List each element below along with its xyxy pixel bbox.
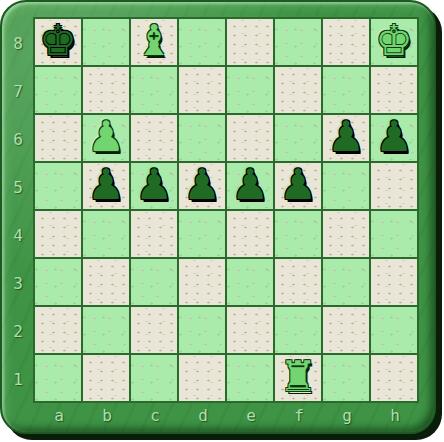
square-d4[interactable] [179,211,225,257]
square-d6[interactable] [179,115,225,161]
square-e1[interactable] [227,355,273,401]
square-c8[interactable]: ♝ [131,19,177,65]
square-b8[interactable] [83,19,129,65]
square-e4[interactable] [227,211,273,257]
file-label-a: a [35,402,83,428]
square-c7[interactable] [131,67,177,113]
piece-black-pawn-f5[interactable]: ♟ [279,164,317,206]
square-g2[interactable] [323,307,369,353]
square-h4[interactable] [371,211,417,257]
square-d7[interactable] [179,67,225,113]
piece-white-pawn-b6[interactable]: ♟ [87,116,125,158]
square-f7[interactable] [275,67,321,113]
file-label-g: g [323,402,371,428]
square-g1[interactable] [323,355,369,401]
square-b6[interactable]: ♟ [83,115,129,161]
square-e8[interactable] [227,19,273,65]
square-f3[interactable] [275,259,321,305]
square-b2[interactable] [83,307,129,353]
file-label-d: d [179,402,227,428]
chess-board: ♚♝♚♟♟♟♟♟♟♟♟♜ [33,17,419,403]
square-c1[interactable] [131,355,177,401]
file-labels: abcdefgh [35,402,419,428]
square-b7[interactable] [83,67,129,113]
square-d1[interactable] [179,355,225,401]
square-a8[interactable]: ♚ [35,19,81,65]
piece-black-pawn-d5[interactable]: ♟ [183,164,221,206]
rank-label-5: 5 [5,163,31,211]
piece-white-bishop-c8[interactable]: ♝ [135,20,173,62]
rank-label-2: 2 [5,307,31,355]
square-c4[interactable] [131,211,177,257]
square-h1[interactable] [371,355,417,401]
square-h7[interactable] [371,67,417,113]
square-e2[interactable] [227,307,273,353]
square-g4[interactable] [323,211,369,257]
square-a2[interactable] [35,307,81,353]
square-h6[interactable]: ♟ [371,115,417,161]
square-e5[interactable]: ♟ [227,163,273,209]
square-f1[interactable]: ♜ [275,355,321,401]
piece-black-pawn-c5[interactable]: ♟ [135,164,173,206]
square-b5[interactable]: ♟ [83,163,129,209]
square-a3[interactable] [35,259,81,305]
square-a4[interactable] [35,211,81,257]
square-c2[interactable] [131,307,177,353]
file-label-e: e [227,402,275,428]
square-h3[interactable] [371,259,417,305]
square-b3[interactable] [83,259,129,305]
piece-black-pawn-b5[interactable]: ♟ [87,164,125,206]
rank-label-4: 4 [5,211,31,259]
square-f5[interactable]: ♟ [275,163,321,209]
piece-black-king-a8[interactable]: ♚ [39,20,77,62]
chess-app-window: 87654321 abcdefgh ♚♝♚♟♟♟♟♟♟♟♟♜ [0,0,444,442]
square-f2[interactable] [275,307,321,353]
square-g3[interactable] [323,259,369,305]
square-f4[interactable] [275,211,321,257]
square-h2[interactable] [371,307,417,353]
piece-white-king-h8[interactable]: ♚ [375,20,413,62]
square-c3[interactable] [131,259,177,305]
square-a1[interactable] [35,355,81,401]
square-f6[interactable] [275,115,321,161]
square-h5[interactable] [371,163,417,209]
rank-label-7: 7 [5,67,31,115]
square-a5[interactable] [35,163,81,209]
square-e7[interactable] [227,67,273,113]
square-g7[interactable] [323,67,369,113]
square-d3[interactable] [179,259,225,305]
square-a6[interactable] [35,115,81,161]
square-c5[interactable]: ♟ [131,163,177,209]
square-d8[interactable] [179,19,225,65]
square-e6[interactable] [227,115,273,161]
square-d2[interactable] [179,307,225,353]
file-label-f: f [275,402,323,428]
rank-label-6: 6 [5,115,31,163]
file-label-c: c [131,402,179,428]
square-b4[interactable] [83,211,129,257]
rank-label-8: 8 [5,19,31,67]
square-f8[interactable] [275,19,321,65]
file-label-b: b [83,402,131,428]
square-g5[interactable] [323,163,369,209]
rank-labels: 87654321 [5,19,31,403]
square-b1[interactable] [83,355,129,401]
rank-label-1: 1 [5,355,31,403]
square-a7[interactable] [35,67,81,113]
square-g6[interactable]: ♟ [323,115,369,161]
square-c6[interactable] [131,115,177,161]
file-label-h: h [371,402,419,428]
piece-black-pawn-g6[interactable]: ♟ [327,116,365,158]
piece-black-pawn-e5[interactable]: ♟ [231,164,269,206]
square-d5[interactable]: ♟ [179,163,225,209]
square-h8[interactable]: ♚ [371,19,417,65]
rank-label-3: 3 [5,259,31,307]
piece-black-pawn-h6[interactable]: ♟ [375,116,413,158]
square-g8[interactable] [323,19,369,65]
piece-white-rook-f1[interactable]: ♜ [279,356,317,398]
square-e3[interactable] [227,259,273,305]
